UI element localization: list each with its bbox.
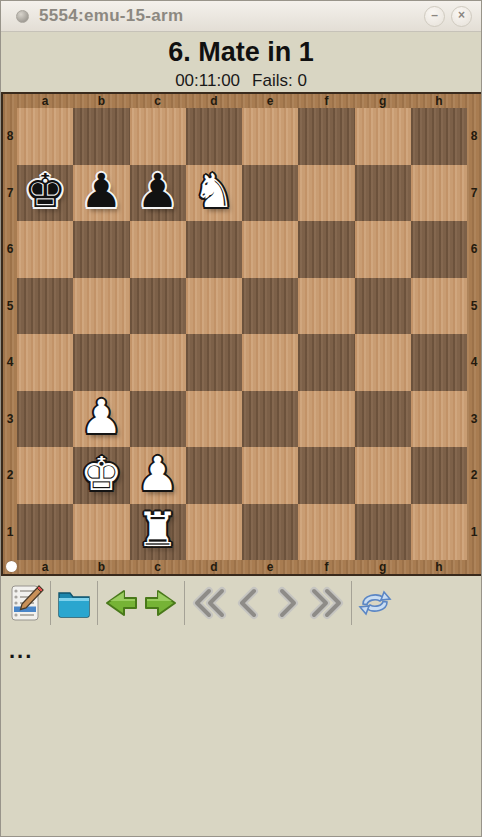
coord-label: 5 bbox=[467, 278, 481, 335]
square-e3[interactable] bbox=[242, 391, 298, 448]
coord-label: 1 bbox=[3, 504, 17, 561]
coord-label: f bbox=[298, 94, 354, 108]
square-g5[interactable] bbox=[355, 278, 411, 335]
square-c8[interactable] bbox=[130, 108, 186, 165]
coord-label: e bbox=[242, 94, 298, 108]
square-g2[interactable] bbox=[355, 447, 411, 504]
square-a6[interactable] bbox=[17, 221, 73, 278]
square-g3[interactable] bbox=[355, 391, 411, 448]
coord-label: 6 bbox=[467, 221, 481, 278]
coord-label: h bbox=[411, 560, 467, 574]
square-a2[interactable] bbox=[17, 447, 73, 504]
square-d7[interactable]: ♞ bbox=[186, 165, 242, 222]
square-b7[interactable]: ♟ bbox=[73, 165, 129, 222]
open-folder-button[interactable] bbox=[54, 583, 94, 623]
file-labels-bottom: abcdefgh bbox=[17, 560, 467, 574]
toolbar-separator bbox=[351, 581, 352, 625]
black-king: ♚ bbox=[24, 167, 66, 214]
white-rook: ♜ bbox=[137, 506, 179, 553]
redo-button[interactable] bbox=[141, 583, 181, 623]
rank-labels-right: 87654321 bbox=[467, 108, 481, 560]
square-f4[interactable] bbox=[298, 334, 354, 391]
refresh-button[interactable] bbox=[355, 583, 395, 623]
square-f2[interactable] bbox=[298, 447, 354, 504]
coord-label: g bbox=[355, 560, 411, 574]
square-c1[interactable]: ♜ bbox=[130, 504, 186, 561]
minimize-button[interactable]: – bbox=[424, 6, 445, 27]
square-b6[interactable] bbox=[73, 221, 129, 278]
square-h5[interactable] bbox=[411, 278, 467, 335]
toolbar bbox=[1, 576, 481, 630]
square-d3[interactable] bbox=[186, 391, 242, 448]
square-b2[interactable]: ♚ bbox=[73, 447, 129, 504]
black-pawn: ♟ bbox=[137, 167, 179, 214]
next-move-button[interactable] bbox=[268, 583, 308, 623]
coord-label: d bbox=[186, 94, 242, 108]
coord-label: a bbox=[17, 94, 73, 108]
square-d8[interactable] bbox=[186, 108, 242, 165]
coord-label: 5 bbox=[3, 278, 17, 335]
app-window: 5554:emu-15-arm – × 6. Mate in 1 00:11:0… bbox=[0, 0, 482, 837]
coord-label: 4 bbox=[467, 334, 481, 391]
timer: 00:11:00 bbox=[175, 71, 240, 90]
square-h6[interactable] bbox=[411, 221, 467, 278]
square-e7[interactable] bbox=[242, 165, 298, 222]
coord-label: c bbox=[130, 560, 186, 574]
open-folder-icon bbox=[55, 584, 93, 622]
toolbar-separator bbox=[97, 581, 98, 625]
square-b5[interactable] bbox=[73, 278, 129, 335]
square-a7[interactable]: ♚ bbox=[17, 165, 73, 222]
square-h4[interactable] bbox=[411, 334, 467, 391]
coord-label: c bbox=[130, 94, 186, 108]
titlebar: 5554:emu-15-arm – × bbox=[1, 1, 481, 32]
coord-label: 2 bbox=[467, 447, 481, 504]
coord-label: b bbox=[73, 560, 129, 574]
square-c5[interactable] bbox=[130, 278, 186, 335]
coord-label: 8 bbox=[467, 108, 481, 165]
next-move-icon bbox=[269, 584, 307, 622]
board-squares: ♚♟♟♞♟♚♟♜ bbox=[17, 108, 467, 560]
square-g1[interactable] bbox=[355, 504, 411, 561]
undo-button[interactable] bbox=[101, 583, 141, 623]
square-a1[interactable] bbox=[17, 504, 73, 561]
square-c6[interactable] bbox=[130, 221, 186, 278]
square-d2[interactable] bbox=[186, 447, 242, 504]
edit-position-icon bbox=[8, 584, 46, 622]
window-title: 5554:emu-15-arm bbox=[39, 6, 183, 26]
square-b3[interactable]: ♟ bbox=[73, 391, 129, 448]
refresh-icon bbox=[356, 584, 394, 622]
square-h2[interactable] bbox=[411, 447, 467, 504]
square-h3[interactable] bbox=[411, 391, 467, 448]
square-g4[interactable] bbox=[355, 334, 411, 391]
coord-label: g bbox=[355, 94, 411, 108]
square-b1[interactable] bbox=[73, 504, 129, 561]
coord-label: h bbox=[411, 94, 467, 108]
file-labels-top: abcdefgh bbox=[17, 94, 467, 108]
coord-label: 1 bbox=[467, 504, 481, 561]
toolbar-separator bbox=[184, 581, 185, 625]
square-f7[interactable] bbox=[298, 165, 354, 222]
square-e1[interactable] bbox=[242, 504, 298, 561]
undo-arrow-icon bbox=[102, 584, 140, 622]
white-to-move-indicator bbox=[6, 561, 17, 572]
move-list[interactable]: ... bbox=[1, 630, 481, 672]
square-f3[interactable] bbox=[298, 391, 354, 448]
square-d1[interactable] bbox=[186, 504, 242, 561]
coord-label: b bbox=[73, 94, 129, 108]
white-pawn: ♟ bbox=[80, 393, 122, 440]
square-e5[interactable] bbox=[242, 278, 298, 335]
square-a8[interactable] bbox=[17, 108, 73, 165]
square-e6[interactable] bbox=[242, 221, 298, 278]
square-g6[interactable] bbox=[355, 221, 411, 278]
square-g8[interactable] bbox=[355, 108, 411, 165]
coord-label: 8 bbox=[3, 108, 17, 165]
square-h1[interactable] bbox=[411, 504, 467, 561]
square-d6[interactable] bbox=[186, 221, 242, 278]
square-h8[interactable] bbox=[411, 108, 467, 165]
coord-label: 4 bbox=[3, 334, 17, 391]
square-c3[interactable] bbox=[130, 391, 186, 448]
white-king: ♚ bbox=[80, 450, 122, 497]
square-f8[interactable] bbox=[298, 108, 354, 165]
coord-label: d bbox=[186, 560, 242, 574]
coord-label: 6 bbox=[3, 221, 17, 278]
square-b4[interactable] bbox=[73, 334, 129, 391]
puzzle-title: 6. Mate in 1 bbox=[1, 32, 481, 68]
square-d4[interactable] bbox=[186, 334, 242, 391]
status-line: 00:11:00Fails: 0 bbox=[1, 71, 481, 91]
first-move-icon bbox=[188, 584, 228, 622]
square-a4[interactable] bbox=[17, 334, 73, 391]
square-g7[interactable] bbox=[355, 165, 411, 222]
coord-label: 3 bbox=[3, 391, 17, 448]
coord-label: f bbox=[298, 560, 354, 574]
square-f6[interactable] bbox=[298, 221, 354, 278]
previous-move-button[interactable] bbox=[228, 583, 268, 623]
square-b8[interactable] bbox=[73, 108, 129, 165]
coord-label: e bbox=[242, 560, 298, 574]
edit-position-button[interactable] bbox=[7, 583, 47, 623]
fails-counter: Fails: 0 bbox=[252, 71, 307, 90]
white-pawn: ♟ bbox=[137, 450, 179, 497]
last-move-button[interactable] bbox=[308, 583, 348, 623]
coord-label: 3 bbox=[467, 391, 481, 448]
redo-arrow-icon bbox=[142, 584, 180, 622]
square-a5[interactable] bbox=[17, 278, 73, 335]
rank-labels-left: 87654321 bbox=[3, 108, 17, 560]
toolbar-separator bbox=[50, 581, 51, 625]
last-move-icon bbox=[308, 584, 348, 622]
coord-label: 7 bbox=[3, 165, 17, 222]
coord-label: 7 bbox=[467, 165, 481, 222]
square-c2[interactable]: ♟ bbox=[130, 447, 186, 504]
square-a3[interactable] bbox=[17, 391, 73, 448]
square-f1[interactable] bbox=[298, 504, 354, 561]
chess-board: abcdefgh abcdefgh 87654321 87654321 ♚♟♟♞… bbox=[1, 92, 482, 576]
square-c7[interactable]: ♟ bbox=[130, 165, 186, 222]
close-button[interactable]: × bbox=[451, 6, 472, 27]
first-move-button[interactable] bbox=[188, 583, 228, 623]
header: 6. Mate in 1 00:11:00Fails: 0 bbox=[1, 32, 481, 92]
previous-move-icon bbox=[229, 584, 267, 622]
square-h7[interactable] bbox=[411, 165, 467, 222]
square-d5[interactable] bbox=[186, 278, 242, 335]
black-pawn: ♟ bbox=[80, 167, 122, 214]
square-f5[interactable] bbox=[298, 278, 354, 335]
square-c4[interactable] bbox=[130, 334, 186, 391]
square-e2[interactable] bbox=[242, 447, 298, 504]
window-icon bbox=[16, 10, 29, 23]
square-e4[interactable] bbox=[242, 334, 298, 391]
coord-label: a bbox=[17, 560, 73, 574]
coord-label: 2 bbox=[3, 447, 17, 504]
square-e8[interactable] bbox=[242, 108, 298, 165]
white-knight: ♞ bbox=[193, 167, 235, 214]
